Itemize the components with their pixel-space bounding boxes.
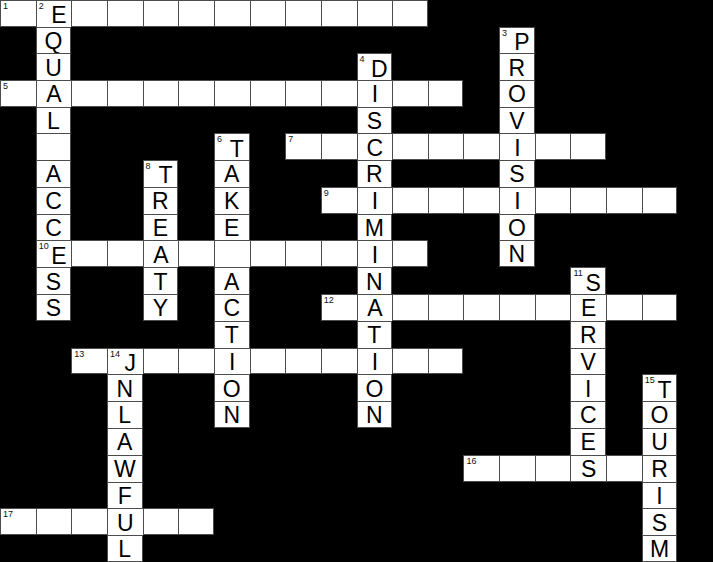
cell-r11c1[interactable]: S (36, 294, 72, 321)
cell-r5c13[interactable] (463, 133, 499, 160)
clue-number: 3 (502, 28, 507, 39)
cell-letter: I (372, 188, 378, 213)
cell-r3c12[interactable] (428, 80, 464, 107)
cell-r6c4[interactable]: 8T (143, 160, 179, 187)
cell-letter: N (366, 402, 383, 427)
cell-r13c16[interactable]: V (570, 348, 606, 375)
cell-letter: N (366, 269, 383, 294)
cell-r7c14[interactable]: I (499, 187, 535, 214)
cell-r3c6[interactable] (214, 80, 250, 107)
cell-letter: A (367, 295, 382, 320)
cell-r7c11[interactable] (392, 187, 428, 214)
cell-letter: O (365, 376, 383, 401)
cell-letter: C (367, 135, 384, 160)
cell-r8c14[interactable]: O (499, 214, 535, 241)
cell-letter: A (117, 429, 132, 454)
cell-letter: E (581, 429, 596, 454)
cell-letter: A (224, 269, 239, 294)
cell-r14c3[interactable]: N (107, 374, 143, 401)
cell-letter: T (657, 377, 671, 402)
cell-r4c10[interactable]: S (357, 107, 393, 134)
cell-r15c16[interactable]: C (570, 401, 606, 428)
cell-r5c10[interactable]: C (357, 133, 393, 160)
cell-letter: C (223, 295, 240, 320)
cell-r11c9[interactable]: 12 (321, 294, 357, 321)
cell-letter: F (118, 483, 132, 508)
clue-number: 16 (466, 456, 476, 467)
cell-r6c10[interactable]: R (357, 160, 393, 187)
cell-r9c6[interactable] (214, 240, 250, 267)
cell-r7c10[interactable]: I (357, 187, 393, 214)
cell-r6c14[interactable]: S (499, 160, 535, 187)
cell-r7c13[interactable] (463, 187, 499, 214)
cell-r14c10[interactable]: O (357, 374, 393, 401)
cell-r19c0[interactable]: 17 (0, 508, 36, 535)
cell-r13c12[interactable] (428, 348, 464, 375)
cell-letter: C (45, 188, 62, 213)
cell-r5c11[interactable] (392, 133, 428, 160)
clue-number: 11 (573, 268, 582, 279)
cell-r3c7[interactable] (250, 80, 286, 107)
crossword-board: 12EQ3PU4DR5AIOLSV6T7CIA8TARSCRK9IICEEMO1… (0, 0, 713, 562)
cell-r7c1[interactable]: C (36, 187, 72, 214)
cell-letter: O (508, 215, 526, 240)
cell-letter: M (650, 536, 669, 561)
clue-number: 15 (645, 375, 655, 386)
clue-number: 12 (324, 295, 334, 306)
cell-letter: T (153, 269, 167, 294)
cell-r15c10[interactable]: N (357, 401, 393, 428)
cell-letter: Q (45, 28, 63, 53)
cell-r16c3[interactable]: A (107, 428, 143, 455)
cell-r9c5[interactable] (178, 240, 214, 267)
cell-r13c9[interactable] (321, 348, 357, 375)
cell-r7c4[interactable]: R (143, 187, 179, 214)
cell-r15c18[interactable]: O (642, 401, 678, 428)
cell-r11c11[interactable] (392, 294, 428, 321)
cell-letter: R (509, 55, 526, 80)
cell-r11c15[interactable] (535, 294, 571, 321)
cell-r9c8[interactable] (285, 240, 321, 267)
cell-letter: R (366, 161, 383, 186)
clue-number: 6 (217, 134, 222, 145)
clue-number: 8 (146, 161, 151, 172)
clue-number: 2 (39, 1, 44, 12)
cell-letter: I (514, 188, 520, 213)
cell-r2c10[interactable]: 4D (357, 53, 393, 80)
cell-r20c3[interactable]: L (107, 535, 143, 562)
cell-r0c9[interactable] (321, 0, 357, 27)
cell-letter: E (51, 2, 66, 27)
cell-letter: P (514, 29, 529, 54)
cell-r7c15[interactable] (535, 187, 571, 214)
cell-r5c15[interactable] (535, 133, 571, 160)
clue-number: 10 (39, 241, 49, 252)
cell-r19c5[interactable] (178, 508, 214, 535)
cell-r11c6[interactable]: C (214, 294, 250, 321)
cell-r9c3[interactable] (107, 240, 143, 267)
cell-r5c16[interactable] (570, 133, 606, 160)
cell-r10c16[interactable]: 11S (570, 267, 606, 294)
cell-letter: W (114, 456, 136, 481)
cell-letter: N (223, 402, 240, 427)
cell-r19c18[interactable]: S (642, 508, 678, 535)
cell-r3c8[interactable] (285, 80, 321, 107)
cell-letter: L (118, 402, 131, 427)
cell-r11c17[interactable] (606, 294, 642, 321)
cell-letter: A (153, 242, 168, 267)
cell-r19c4[interactable] (143, 508, 179, 535)
cell-letter: N (116, 376, 133, 401)
cell-r13c7[interactable] (250, 348, 286, 375)
cell-r5c12[interactable] (428, 133, 464, 160)
cell-letter: O (223, 376, 241, 401)
cell-letter: U (117, 510, 134, 535)
cell-r9c1[interactable]: 10E (36, 240, 72, 267)
cell-r9c14[interactable]: N (499, 240, 535, 267)
cell-r0c3[interactable] (107, 0, 143, 27)
cell-r3c0[interactable]: 5 (0, 80, 36, 107)
clue-number: 17 (3, 509, 13, 520)
cell-r13c8[interactable] (285, 348, 321, 375)
cell-r14c6[interactable]: O (214, 374, 250, 401)
cell-letter: A (46, 81, 61, 106)
cell-letter: K (224, 188, 239, 213)
cell-r6c1[interactable]: A (36, 160, 72, 187)
cell-r20c18[interactable]: M (642, 535, 678, 562)
cell-letter: R (651, 456, 668, 481)
cell-r9c9[interactable] (321, 240, 357, 267)
cell-r12c6[interactable]: T (214, 321, 250, 348)
cell-letter: S (652, 510, 667, 535)
clue-number: 4 (360, 54, 365, 65)
cell-r13c10[interactable]: I (357, 348, 393, 375)
cell-r13c5[interactable] (178, 348, 214, 375)
cell-r17c15[interactable] (535, 455, 571, 482)
cell-letter: I (372, 81, 378, 106)
cell-r0c1[interactable]: 2E (36, 0, 72, 27)
cell-letter: S (367, 108, 382, 133)
cell-r3c5[interactable] (178, 80, 214, 107)
cell-r18c18[interactable]: I (642, 482, 678, 509)
cell-r8c10[interactable]: M (357, 214, 393, 241)
cell-r7c9[interactable]: 9 (321, 187, 357, 214)
cell-letter: J (125, 350, 137, 375)
cell-r12c16[interactable]: R (570, 321, 606, 348)
cell-letter: A (224, 161, 239, 186)
cell-letter: V (581, 349, 596, 374)
cell-letter: L (118, 536, 131, 561)
clue-number: 1 (3, 1, 8, 12)
cell-r0c11[interactable] (392, 0, 428, 27)
cell-r13c3[interactable]: 14J (107, 348, 143, 375)
cell-r7c17[interactable] (606, 187, 642, 214)
cell-r9c2[interactable] (71, 240, 107, 267)
cell-r5c6[interactable]: 6T (214, 133, 250, 160)
clue-number: 9 (324, 188, 329, 199)
cell-letter: E (51, 243, 66, 268)
cell-r15c3[interactable]: L (107, 401, 143, 428)
cell-letter: S (46, 295, 61, 320)
cell-r17c14[interactable] (499, 455, 535, 482)
cell-letter: A (46, 161, 61, 186)
cell-r17c13[interactable]: 16 (463, 455, 499, 482)
cell-r10c10[interactable]: N (357, 267, 393, 294)
cell-letter: I (514, 135, 520, 160)
cell-r3c2[interactable] (71, 80, 107, 107)
cell-r19c1[interactable] (36, 508, 72, 535)
cell-r18c3[interactable]: F (107, 482, 143, 509)
cell-letter: I (372, 242, 378, 267)
cell-r0c2[interactable] (71, 0, 107, 27)
cell-r3c10[interactable]: I (357, 80, 393, 107)
cell-r11c4[interactable]: Y (143, 294, 179, 321)
cell-r10c4[interactable]: T (143, 267, 179, 294)
cell-r0c4[interactable] (143, 0, 179, 27)
cell-r3c11[interactable] (392, 80, 428, 107)
cell-r6c6[interactable]: A (214, 160, 250, 187)
cell-r19c2[interactable] (71, 508, 107, 535)
cell-r10c6[interactable]: A (214, 267, 250, 294)
cell-letter: S (581, 456, 596, 481)
cell-letter: S (586, 270, 601, 295)
cell-r11c14[interactable] (499, 294, 535, 321)
cell-letter: E (224, 215, 239, 240)
cell-r12c10[interactable]: T (357, 321, 393, 348)
cell-r16c16[interactable]: E (570, 428, 606, 455)
cell-r7c16[interactable] (570, 187, 606, 214)
cell-letter: I (229, 349, 235, 374)
cell-r3c3[interactable] (107, 80, 143, 107)
cell-r11c16[interactable]: E (570, 294, 606, 321)
cell-r17c17[interactable] (606, 455, 642, 482)
cell-r10c1[interactable]: S (36, 267, 72, 294)
cell-letter: E (581, 295, 596, 320)
cell-letter: O (508, 81, 526, 106)
cell-r8c4[interactable]: E (143, 214, 179, 241)
cell-r5c8[interactable]: 7 (285, 133, 321, 160)
cell-r13c4[interactable] (143, 348, 179, 375)
cell-r3c14[interactable]: O (499, 80, 535, 107)
clue-number: 14 (110, 349, 120, 360)
cell-r5c14[interactable]: I (499, 133, 535, 160)
cell-letter: M (365, 215, 384, 240)
cell-r9c7[interactable] (250, 240, 286, 267)
cell-r3c9[interactable] (321, 80, 357, 107)
cell-r0c7[interactable] (250, 0, 286, 27)
cell-r4c14[interactable]: V (499, 107, 535, 134)
cell-letter: C (580, 402, 597, 427)
cell-letter: T (367, 322, 381, 347)
cell-r0c5[interactable] (178, 0, 214, 27)
cell-r2c14[interactable]: R (499, 53, 535, 80)
cell-letter: I (372, 349, 378, 374)
cell-letter: S (46, 269, 61, 294)
cell-letter: T (225, 322, 239, 347)
cell-r11c12[interactable] (428, 294, 464, 321)
cell-r9c10[interactable]: I (357, 240, 393, 267)
cell-r8c6[interactable]: E (214, 214, 250, 241)
cell-r13c2[interactable]: 13 (71, 348, 107, 375)
cell-r14c18[interactable]: 15T (642, 374, 678, 401)
cell-letter: Y (153, 295, 168, 320)
cell-letter: C (45, 215, 62, 240)
cell-r13c11[interactable] (392, 348, 428, 375)
cell-r5c9[interactable] (321, 133, 357, 160)
cell-r9c4[interactable]: A (143, 240, 179, 267)
cell-r11c13[interactable] (463, 294, 499, 321)
cell-r7c12[interactable] (428, 187, 464, 214)
cell-r17c16[interactable]: S (570, 455, 606, 482)
cell-letter: V (509, 108, 524, 133)
cell-letter: L (47, 108, 60, 133)
cell-letter: I (656, 483, 662, 508)
cell-letter: I (585, 376, 591, 401)
cell-letter: T (230, 136, 244, 161)
cell-r0c0[interactable]: 1 (0, 0, 36, 27)
cell-letter: D (371, 56, 388, 81)
cell-letter: O (651, 402, 669, 427)
cell-r14c16[interactable]: I (570, 374, 606, 401)
cell-r0c10[interactable] (357, 0, 393, 27)
cell-r7c18[interactable] (642, 187, 678, 214)
cell-r0c8[interactable] (285, 0, 321, 27)
cell-r11c18[interactable] (642, 294, 678, 321)
cell-r9c11[interactable] (392, 240, 428, 267)
cell-r5c1[interactable] (36, 133, 72, 160)
cell-letter: U (651, 429, 668, 454)
cell-r17c18[interactable]: R (642, 455, 678, 482)
cell-r19c3[interactable]: U (107, 508, 143, 535)
clue-number: 7 (288, 134, 293, 145)
cell-r2c1[interactable]: U (36, 53, 72, 80)
clue-number: 13 (74, 349, 84, 360)
cell-r8c1[interactable]: C (36, 214, 72, 241)
cell-r7c6[interactable]: K (214, 187, 250, 214)
clue-number: 5 (3, 81, 8, 92)
cell-r15c6[interactable]: N (214, 401, 250, 428)
cell-r3c4[interactable] (143, 80, 179, 107)
cell-letter: S (509, 161, 524, 186)
cell-letter: U (45, 55, 62, 80)
cell-letter: R (580, 322, 597, 347)
cell-letter: T (158, 162, 172, 187)
cell-r13c6[interactable]: I (214, 348, 250, 375)
cell-r4c1[interactable]: L (36, 107, 72, 134)
cell-r0c6[interactable] (214, 0, 250, 27)
cell-r1c1[interactable]: Q (36, 27, 72, 54)
cell-r3c1[interactable]: A (36, 80, 72, 107)
cell-r11c10[interactable]: A (357, 294, 393, 321)
cell-letter: E (153, 215, 168, 240)
cell-r17c3[interactable]: W (107, 455, 143, 482)
cell-r1c14[interactable]: 3P (499, 27, 535, 54)
cell-letter: R (152, 188, 169, 213)
cell-letter: N (509, 241, 526, 266)
cell-r16c18[interactable]: U (642, 428, 678, 455)
